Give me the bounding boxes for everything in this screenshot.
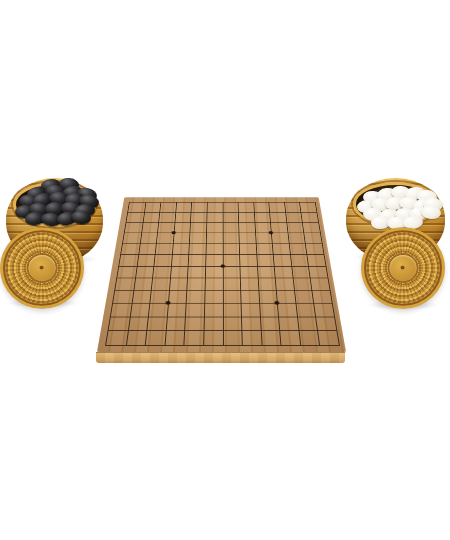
grid-cell [222, 222, 238, 232]
grid-cell [207, 203, 223, 213]
grid-cell [131, 290, 151, 303]
grid-cell [144, 203, 161, 213]
grid-cell [254, 212, 271, 222]
grid-cell [222, 212, 238, 222]
product-photo [0, 0, 450, 540]
grid-cell [158, 212, 175, 222]
grid-cell [123, 232, 141, 243]
grid-cell [279, 331, 300, 346]
grid-cell [164, 331, 184, 346]
grid-cell [129, 303, 149, 316]
board-front-edge [96, 352, 345, 363]
grid-cell [141, 222, 158, 232]
grid-cell [128, 316, 149, 330]
grid-cell [241, 303, 260, 316]
grid-cell [185, 303, 204, 316]
grid-cell [121, 243, 139, 254]
grid-cell [222, 232, 239, 243]
grid-cell [189, 243, 206, 254]
grid-cell [241, 331, 261, 346]
star-point [275, 301, 280, 305]
grid-cell [188, 254, 205, 266]
grid-cell [203, 316, 222, 330]
grid-cell [148, 303, 168, 316]
grid-cell [128, 203, 145, 213]
grid-cell [239, 232, 256, 243]
grid-cell [169, 278, 188, 290]
grid-cell [190, 212, 206, 222]
grid-cell [172, 243, 189, 254]
grid-cell [275, 278, 294, 290]
grid-cell [285, 212, 302, 222]
grid-cell [152, 266, 171, 278]
grid-cell [315, 316, 336, 330]
grid-cell [307, 254, 326, 266]
grid-cell [184, 331, 204, 346]
grid-cell [170, 266, 188, 278]
grid-cell [272, 243, 290, 254]
grid-cell [126, 331, 147, 346]
grid-cell [287, 232, 305, 243]
grid-cell [271, 232, 288, 243]
grid-cell [286, 222, 303, 232]
grid-cell [310, 278, 330, 290]
grid-cell [205, 278, 223, 290]
star-point [220, 264, 224, 267]
board-top-surface [97, 197, 346, 352]
grid-cell [159, 203, 175, 213]
grid-cell [308, 266, 327, 278]
grid-cell [140, 232, 158, 243]
bowl-lid-right [361, 227, 445, 308]
grid-cell [205, 266, 223, 278]
grid-cell [259, 303, 278, 316]
grid-cell [312, 290, 332, 303]
grid-cell [106, 331, 127, 346]
grid-cell [174, 212, 191, 222]
grid-cell [222, 266, 240, 278]
grid-cell [115, 278, 135, 290]
grid-cell [151, 278, 170, 290]
grid-cell [222, 331, 241, 346]
grid-cell [278, 316, 298, 330]
black-stones-heap [15, 185, 95, 230]
grid-cell [222, 203, 238, 213]
grid-cell [174, 222, 191, 232]
grid-cell [171, 254, 189, 266]
go-board [97, 123, 346, 352]
grid-cell [206, 212, 222, 222]
grid-cell [167, 303, 186, 316]
grid-cell [289, 243, 307, 254]
grid-cell [155, 243, 173, 254]
grid-cell [186, 290, 205, 303]
grid-cell [191, 203, 207, 213]
grid-cell [119, 254, 138, 266]
grid-cell [117, 266, 136, 278]
grid-cell [239, 243, 256, 254]
grid-cell [206, 232, 223, 243]
grid-cell [290, 254, 308, 266]
grid-cell [238, 212, 254, 222]
grid-cell [257, 266, 275, 278]
grid-cell [125, 222, 143, 232]
grid-cell [260, 316, 280, 330]
grid-cell [241, 316, 260, 330]
grid-cell [147, 316, 167, 330]
grid-cell [204, 290, 222, 303]
grid-cell [277, 303, 297, 316]
grid-cell [187, 266, 205, 278]
grid-cell [269, 212, 286, 222]
grid-cell [156, 232, 173, 243]
white-stones-heap [355, 185, 436, 229]
grid-cell [240, 278, 258, 290]
grid-cell [113, 290, 133, 303]
grid-cell [136, 254, 154, 266]
grid-cell [256, 254, 274, 266]
grid-cell [190, 222, 207, 232]
grid-cell [317, 331, 338, 346]
star-point [269, 231, 273, 234]
grid-cell [222, 290, 240, 303]
grid-cell [204, 303, 223, 316]
grid-cell [302, 222, 320, 232]
lid-center [390, 255, 417, 281]
grid-cell [314, 303, 334, 316]
grid-cell [260, 331, 280, 346]
grid-cell [222, 303, 241, 316]
grid-cell [222, 278, 240, 290]
grid-cell [299, 203, 316, 213]
grid-cell [253, 203, 269, 213]
lid-center [29, 255, 56, 281]
grid-cell [238, 203, 254, 213]
grid-cell [173, 232, 190, 243]
grid-cell [294, 290, 314, 303]
bowl-lid-left [0, 227, 84, 308]
grid-cell [274, 266, 293, 278]
grid-cell [111, 303, 131, 316]
grid-cell [240, 266, 258, 278]
grid-cell [284, 203, 301, 213]
grid-cell [222, 316, 241, 330]
grid-cell [222, 243, 239, 254]
grid-cell [238, 222, 255, 232]
grid-cell [206, 222, 222, 232]
grid-cell [133, 278, 152, 290]
grid-cell [305, 243, 323, 254]
grid-cell [291, 266, 310, 278]
grid-cell [222, 254, 239, 266]
grid-cell [205, 243, 222, 254]
grid-cell [184, 316, 203, 330]
grid-cell [145, 331, 166, 346]
grid-cell [187, 278, 205, 290]
grid-cell [126, 212, 143, 222]
grid-cell [142, 212, 159, 222]
grid-cell [292, 278, 311, 290]
grid-cell [298, 331, 319, 346]
grid-cell [295, 303, 315, 316]
grid-cell [203, 331, 222, 346]
grid-cell [269, 203, 286, 213]
grid-cell [189, 232, 206, 243]
goban-grid [105, 202, 340, 346]
grid-cell [109, 316, 130, 330]
grid-cell [255, 243, 273, 254]
grid-cell [239, 254, 257, 266]
grid-cell [135, 266, 154, 278]
grid-cell [175, 203, 191, 213]
grid-cell [240, 290, 259, 303]
grid-cell [138, 243, 156, 254]
grid-cell [273, 254, 291, 266]
grid-cell [304, 232, 322, 243]
grid-cell [166, 316, 186, 330]
grid-cell [301, 212, 318, 222]
grid-cell [255, 232, 272, 243]
grid-cell [257, 278, 276, 290]
grid-cell [297, 316, 318, 330]
grid-cell [168, 290, 187, 303]
grid-cell [154, 254, 172, 266]
